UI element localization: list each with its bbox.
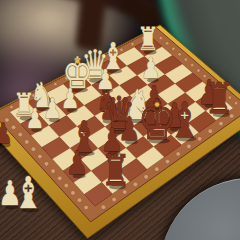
gold-crown-tip	[155, 102, 160, 107]
border-stud	[165, 160, 169, 164]
piece-brown-rook-a8[interactable]: ♜	[205, 74, 234, 123]
border-stud	[77, 198, 81, 202]
piece-brown-rook-g8[interactable]: ♜	[101, 146, 130, 195]
gold-crown-tip	[75, 59, 80, 64]
border-stud	[155, 167, 159, 171]
border-stud	[101, 205, 105, 209]
border-stud	[51, 169, 55, 173]
border-stud	[133, 182, 137, 186]
border-stud	[172, 47, 175, 50]
border-stud	[44, 162, 48, 166]
border-stud	[176, 152, 180, 156]
border-stud	[159, 36, 162, 39]
captured-cream-bishop[interactable]: ♝	[13, 167, 44, 218]
border-stud	[54, 83, 57, 86]
border-stud	[144, 175, 148, 179]
border-stud	[178, 53, 181, 56]
border-stud	[235, 102, 238, 105]
border-stud	[71, 191, 75, 195]
piece-cream-pawn-f2[interactable]: ♟	[60, 82, 79, 114]
border-stud	[191, 64, 194, 67]
border-stud	[84, 205, 88, 209]
border-stud	[131, 42, 134, 45]
border-stud	[184, 58, 187, 61]
chess-board: ♜♝♛♚♞♜♟♟♟♟♟♞♞♟♛♝♟♟♟♟♟♚♜♝♜♟♝♟	[0, 0, 240, 240]
border-stud	[38, 154, 42, 158]
border-stud	[58, 176, 62, 180]
border-stud	[112, 198, 116, 202]
piece-cream-pawn-g2[interactable]: ♟	[43, 92, 62, 124]
photo-scene: ♜♝♛♚♞♜♟♟♟♟♟♞♞♟♛♝♟♟♟♟♟♚♜♝♜♟♝♟	[0, 0, 240, 240]
border-stud	[64, 184, 68, 188]
piece-brown-bishop-c8[interactable]: ♝	[168, 92, 202, 148]
piece-brown-pawn-h6[interactable]: ♟	[66, 144, 89, 182]
border-stud	[18, 133, 22, 137]
border-stud	[197, 69, 200, 72]
border-stud	[166, 42, 169, 45]
piece-cream-pawn-h2[interactable]: ♟	[25, 102, 44, 134]
captured-brown-pawn[interactable]: ♟	[0, 117, 13, 149]
border-stud	[31, 147, 35, 151]
border-stud	[208, 129, 212, 133]
border-stud	[25, 140, 29, 144]
